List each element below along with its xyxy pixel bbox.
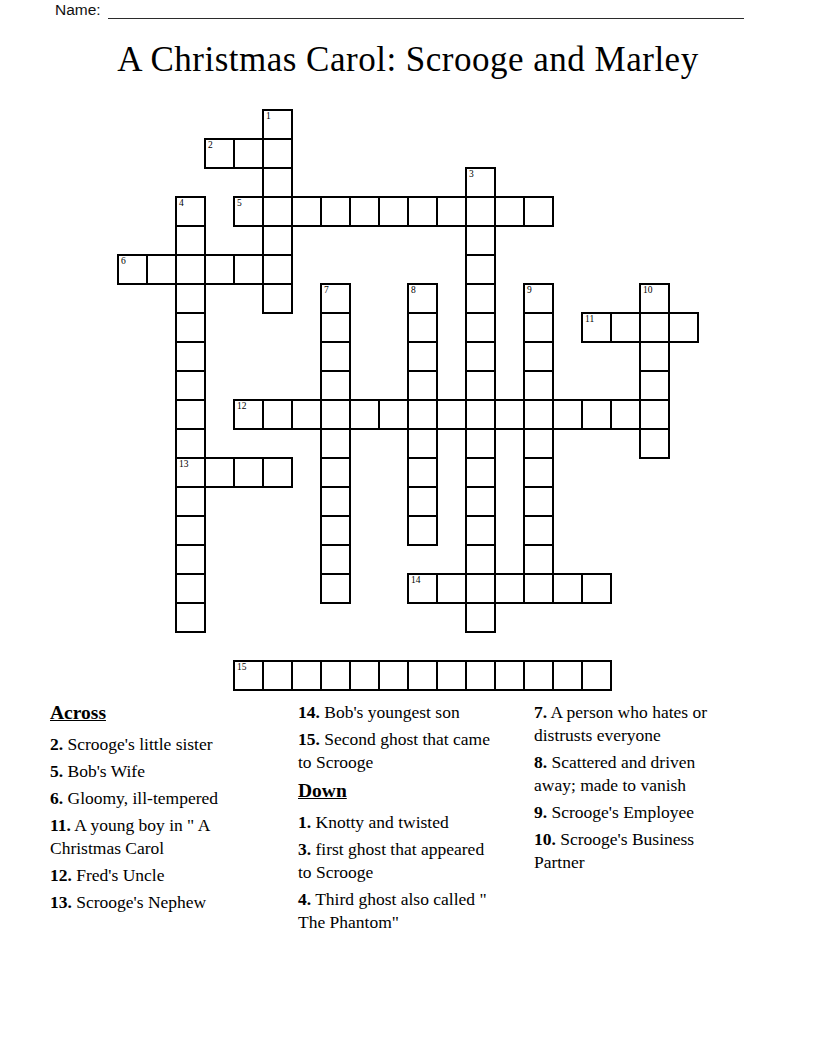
grid-cell-r7c19[interactable]	[668, 312, 699, 343]
page-title: A Christmas Carol: Scrooge and Marley	[0, 40, 816, 80]
grid-cell-r3c6[interactable]	[291, 196, 322, 227]
grid-cell-r6c14[interactable]: 9	[523, 283, 554, 314]
grid-cell-r2c12[interactable]: 3	[465, 167, 496, 198]
clue-text: A young boy in " A Christmas Carol	[50, 815, 209, 858]
grid-cell-r5c4[interactable]	[233, 254, 264, 285]
grid-cell-r13c12[interactable]	[465, 486, 496, 517]
grid-cell-r12c5[interactable]	[262, 457, 293, 488]
clue-number: 12.	[50, 865, 72, 885]
grid-cell-r11c12[interactable]	[465, 428, 496, 459]
clue-text: Scrooge's little sister	[63, 734, 212, 754]
clue-text: Third ghost also called " The Phantom"	[298, 889, 487, 932]
grid-cell-r10c2[interactable]	[175, 399, 206, 430]
clue-across-15: 15. Second ghost that came to Scrooge	[298, 728, 498, 774]
grid-cell-r6c12[interactable]	[465, 283, 496, 314]
grid-cell-r12c4[interactable]	[233, 457, 264, 488]
name-blank-line[interactable]	[108, 3, 744, 19]
grid-cell-r1c5[interactable]	[262, 138, 293, 169]
grid-cell-r5c2[interactable]	[175, 254, 206, 285]
grid-cell-r3c4[interactable]: 5	[233, 196, 264, 227]
grid-cell-r7c7[interactable]	[320, 312, 351, 343]
grid-cell-r19c4[interactable]: 15	[233, 660, 264, 691]
clue-number: 1.	[298, 812, 311, 832]
grid-cell-r4c2[interactable]	[175, 225, 206, 256]
grid-cell-r7c16[interactable]: 11	[581, 312, 612, 343]
grid-cell-r14c12[interactable]	[465, 515, 496, 546]
grid-cell-r14c14[interactable]	[523, 515, 554, 546]
grid-cell-r16c12[interactable]	[465, 573, 496, 604]
grid-cell-r3c7[interactable]	[320, 196, 351, 227]
clue-number: 15.	[298, 729, 320, 749]
across-clues-list-1: 2. Scrooge's little sister5. Bob's Wife6…	[50, 733, 246, 914]
grid-cell-r13c7[interactable]	[320, 486, 351, 517]
cell-number-13: 13	[179, 459, 189, 469]
grid-cell-r14c10[interactable]	[407, 515, 438, 546]
grid-cell-r8c2[interactable]	[175, 341, 206, 372]
grid-cell-r10c14[interactable]	[523, 399, 554, 430]
grid-cell-r19c7[interactable]	[320, 660, 351, 691]
grid-cell-r8c10[interactable]	[407, 341, 438, 372]
grid-cell-r3c14[interactable]	[523, 196, 554, 227]
clue-across-2: 2. Scrooge's little sister	[50, 733, 246, 756]
grid-cell-r3c5[interactable]	[262, 196, 293, 227]
down-heading: Down	[298, 779, 498, 803]
grid-cell-r19c11[interactable]	[436, 660, 467, 691]
grid-cell-r6c10[interactable]: 8	[407, 283, 438, 314]
grid-cell-r5c3[interactable]	[204, 254, 235, 285]
grid-cell-r17c12[interactable]	[465, 602, 496, 633]
clues-column-3: 7. A person who hates or distrusts every…	[534, 701, 734, 878]
grid-cell-r5c12[interactable]	[465, 254, 496, 285]
grid-cell-r11c18[interactable]	[639, 428, 670, 459]
cell-number-14: 14	[411, 575, 421, 585]
down-clues-list-2: 7. A person who hates or distrusts every…	[534, 701, 734, 874]
grid-cell-r6c5[interactable]	[262, 283, 293, 314]
clue-number: 2.	[50, 734, 63, 754]
grid-cell-r1c3[interactable]: 2	[204, 138, 235, 169]
grid-cell-r7c10[interactable]	[407, 312, 438, 343]
grid-cell-r16c14[interactable]	[523, 573, 554, 604]
grid-cell-r13c10[interactable]	[407, 486, 438, 517]
clue-number: 11.	[50, 815, 71, 835]
grid-cell-r3c8[interactable]	[349, 196, 380, 227]
grid-cell-r8c7[interactable]	[320, 341, 351, 372]
down-clues-list-1: 1. Knotty and twisted3. first ghost that…	[298, 811, 498, 934]
grid-cell-r7c12[interactable]	[465, 312, 496, 343]
cell-number-15: 15	[237, 662, 247, 672]
grid-cell-r13c14[interactable]	[523, 486, 554, 517]
cell-number-2: 2	[208, 140, 213, 150]
grid-cell-r9c7[interactable]	[320, 370, 351, 401]
cell-number-5: 5	[237, 198, 242, 208]
grid-cell-r12c14[interactable]	[523, 457, 554, 488]
clue-number: 8.	[534, 752, 547, 772]
clue-text: Bob's Wife	[63, 761, 145, 781]
grid-cell-r3c9[interactable]	[378, 196, 409, 227]
grid-cell-r4c12[interactable]	[465, 225, 496, 256]
grid-cell-r16c10[interactable]: 14	[407, 573, 438, 604]
grid-cell-r5c1[interactable]	[146, 254, 177, 285]
clue-across-14: 14. Bob's youngest son	[298, 701, 498, 724]
grid-cell-r16c2[interactable]	[175, 573, 206, 604]
clue-number: 3.	[298, 839, 311, 859]
clue-across-6: 6. Gloomy, ill‑tempered	[50, 787, 246, 810]
clue-text: Scrooge's Employee	[547, 802, 694, 822]
grid-cell-r13c2[interactable]	[175, 486, 206, 517]
grid-cell-r15c12[interactable]	[465, 544, 496, 575]
grid-cell-r10c15[interactable]	[552, 399, 583, 430]
clue-down-9: 9. Scrooge's Employee	[534, 801, 734, 824]
cell-number-6: 6	[121, 256, 126, 266]
cell-number-10: 10	[643, 285, 653, 295]
grid-cell-r3c13[interactable]	[494, 196, 525, 227]
grid-cell-r16c13[interactable]	[494, 573, 525, 604]
clue-text: A person who hates or distrusts everyone	[534, 702, 707, 745]
grid-cell-r19c8[interactable]	[349, 660, 380, 691]
grid-cell-r15c7[interactable]	[320, 544, 351, 575]
grid-cell-r10c7[interactable]	[320, 399, 351, 430]
grid-cell-r14c2[interactable]	[175, 515, 206, 546]
grid-cell-r2c5[interactable]	[262, 167, 293, 198]
grid-cell-r9c12[interactable]	[465, 370, 496, 401]
grid-cell-r5c0[interactable]: 6	[117, 254, 148, 285]
clue-number: 5.	[50, 761, 63, 781]
grid-cell-r19c6[interactable]	[291, 660, 322, 691]
grid-cell-r3c12[interactable]	[465, 196, 496, 227]
clue-number: 6.	[50, 788, 63, 808]
grid-cell-r19c15[interactable]	[552, 660, 583, 691]
grid-cell-r10c11[interactable]	[436, 399, 467, 430]
grid-cell-r5c5[interactable]	[262, 254, 293, 285]
grid-cell-r1c4[interactable]	[233, 138, 264, 169]
grid-cell-r10c10[interactable]	[407, 399, 438, 430]
grid-cell-r10c5[interactable]	[262, 399, 293, 430]
grid-cell-r12c7[interactable]	[320, 457, 351, 488]
grid-cell-r12c12[interactable]	[465, 457, 496, 488]
grid-cell-r16c7[interactable]	[320, 573, 351, 604]
clue-text: first ghost that appeared to Scrooge	[298, 839, 484, 882]
grid-cell-r19c9[interactable]	[378, 660, 409, 691]
grid-cell-r19c10[interactable]	[407, 660, 438, 691]
grid-cell-r0c5[interactable]: 1	[262, 109, 293, 140]
clue-down-4: 4. Third ghost also called " The Phantom…	[298, 888, 498, 934]
clue-text: Scrooge's Nephew	[72, 892, 206, 912]
grid-cell-r15c14[interactable]	[523, 544, 554, 575]
grid-cell-r11c2[interactable]	[175, 428, 206, 459]
clue-text: Scrooge's Business Partner	[534, 829, 694, 872]
crossword-grid: 123456789101112131415	[118, 110, 700, 692]
clues-column-1: Across 2. Scrooge's little sister5. Bob'…	[50, 701, 246, 918]
clue-text: Fred's Uncle	[72, 865, 165, 885]
grid-cell-r8c14[interactable]	[523, 341, 554, 372]
grid-cell-r10c4[interactable]: 12	[233, 399, 264, 430]
grid-cell-r4c5[interactable]	[262, 225, 293, 256]
grid-cell-r17c2[interactable]	[175, 602, 206, 633]
cell-number-7: 7	[324, 285, 329, 295]
grid-cell-r9c2[interactable]	[175, 370, 206, 401]
grid-cell-r7c2[interactable]	[175, 312, 206, 343]
grid-cell-r10c12[interactable]	[465, 399, 496, 430]
grid-cell-r10c9[interactable]	[378, 399, 409, 430]
clue-across-5: 5. Bob's Wife	[50, 760, 246, 783]
clue-down-1: 1. Knotty and twisted	[298, 811, 498, 834]
cell-number-3: 3	[469, 169, 474, 179]
grid-cell-r14c7[interactable]	[320, 515, 351, 546]
grid-cell-r16c11[interactable]	[436, 573, 467, 604]
cell-number-11: 11	[585, 314, 594, 324]
grid-cell-r8c12[interactable]	[465, 341, 496, 372]
clue-text: Knotty and twisted	[311, 812, 449, 832]
clue-text: Second ghost that came to Scrooge	[298, 729, 490, 772]
grid-cell-r11c10[interactable]	[407, 428, 438, 459]
grid-cell-r7c18[interactable]	[639, 312, 670, 343]
grid-cell-r16c16[interactable]	[581, 573, 612, 604]
name-label: Name:	[55, 1, 101, 19]
grid-cell-r3c11[interactable]	[436, 196, 467, 227]
cell-number-12: 12	[237, 401, 247, 411]
grid-cell-r10c6[interactable]	[291, 399, 322, 430]
clue-across-13: 13. Scrooge's Nephew	[50, 891, 246, 914]
grid-cell-r10c18[interactable]	[639, 399, 670, 430]
clue-text: Gloomy, ill‑tempered	[63, 788, 218, 808]
grid-cell-r10c16[interactable]	[581, 399, 612, 430]
clue-number: 10.	[534, 829, 556, 849]
clue-across-12: 12. Fred's Uncle	[50, 864, 246, 887]
clues-column-2: 14. Bob's youngest son15. Second ghost t…	[298, 701, 498, 938]
clue-number: 4.	[298, 889, 311, 909]
grid-cell-r8c18[interactable]	[639, 341, 670, 372]
clue-number: 7.	[534, 702, 547, 722]
grid-cell-r12c2[interactable]: 13	[175, 457, 206, 488]
cell-number-4: 4	[179, 198, 184, 208]
grid-cell-r11c14[interactable]	[523, 428, 554, 459]
clue-down-8: 8. Scattered and driven away; made to va…	[534, 751, 734, 797]
clue-down-3: 3. first ghost that appeared to Scrooge	[298, 838, 498, 884]
name-row: Name:	[55, 1, 744, 19]
grid-cell-r10c17[interactable]	[610, 399, 641, 430]
grid-cell-r3c10[interactable]	[407, 196, 438, 227]
across-heading: Across	[50, 701, 246, 725]
clue-text: Bob's youngest son	[320, 702, 460, 722]
grid-cell-r6c7[interactable]: 7	[320, 283, 351, 314]
grid-cell-r16c15[interactable]	[552, 573, 583, 604]
grid-cell-r12c10[interactable]	[407, 457, 438, 488]
clue-down-7: 7. A person who hates or distrusts every…	[534, 701, 734, 747]
grid-cell-r10c8[interactable]	[349, 399, 380, 430]
grid-cell-r9c10[interactable]	[407, 370, 438, 401]
grid-cell-r7c17[interactable]	[610, 312, 641, 343]
grid-cell-r19c14[interactable]	[523, 660, 554, 691]
grid-cell-r10c13[interactable]	[494, 399, 525, 430]
clue-number: 9.	[534, 802, 547, 822]
grid-cell-r19c16[interactable]	[581, 660, 612, 691]
grid-cell-r9c14[interactable]	[523, 370, 554, 401]
cell-number-8: 8	[411, 285, 416, 295]
grid-cell-r6c18[interactable]: 10	[639, 283, 670, 314]
grid-cell-r15c2[interactable]	[175, 544, 206, 575]
clue-number: 13.	[50, 892, 72, 912]
grid-cell-r12c3[interactable]	[204, 457, 235, 488]
cell-number-9: 9	[527, 285, 532, 295]
grid-cell-r3c2[interactable]: 4	[175, 196, 206, 227]
grid-cell-r19c12[interactable]	[465, 660, 496, 691]
grid-cell-r6c2[interactable]	[175, 283, 206, 314]
across-clues-list-2: 14. Bob's youngest son15. Second ghost t…	[298, 701, 498, 774]
grid-cell-r19c5[interactable]	[262, 660, 293, 691]
clue-across-11: 11. A young boy in " A Christmas Carol	[50, 814, 246, 860]
clue-text: Scattered and driven away; made to vanis…	[534, 752, 695, 795]
clue-number: 14.	[298, 702, 320, 722]
grid-cell-r11c7[interactable]	[320, 428, 351, 459]
clue-down-10: 10. Scrooge's Business Partner	[534, 828, 734, 874]
cell-number-1: 1	[266, 111, 271, 121]
grid-cell-r7c14[interactable]	[523, 312, 554, 343]
worksheet-page: Name: A Christmas Carol: Scrooge and Mar…	[0, 0, 816, 1056]
grid-cell-r19c13[interactable]	[494, 660, 525, 691]
grid-cell-r9c18[interactable]	[639, 370, 670, 401]
